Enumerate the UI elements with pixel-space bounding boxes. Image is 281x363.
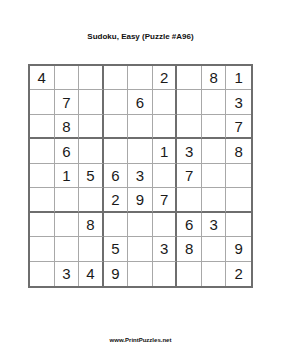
sudoku-cell-r4c2: 6	[55, 139, 80, 163]
sudoku-cell-r6c1	[30, 188, 55, 212]
sudoku-cell-r9c9: 2	[226, 262, 251, 286]
sudoku-cell-r3c8	[202, 115, 227, 139]
sudoku-cell-r3c5	[128, 115, 153, 139]
sudoku-cell-r2c6	[153, 90, 178, 114]
sudoku-cell-r6c6: 7	[153, 188, 178, 212]
sudoku-cell-r9c5	[128, 262, 153, 286]
sudoku-cell-r1c7	[177, 66, 202, 90]
sudoku-cell-r3c6	[153, 115, 178, 139]
sudoku-cell-r8c8	[202, 237, 227, 261]
sudoku-cell-r6c7	[177, 188, 202, 212]
sudoku-cell-r6c9	[226, 188, 251, 212]
sudoku-cell-r7c2	[55, 213, 80, 237]
sudoku-cell-r9c2: 3	[55, 262, 80, 286]
sudoku-cell-r2c5: 6	[128, 90, 153, 114]
sudoku-cell-r8c6: 3	[153, 237, 178, 261]
sudoku-cell-r1c1: 4	[30, 66, 55, 90]
sudoku-cell-r2c8	[202, 90, 227, 114]
sudoku-cell-r2c2: 7	[55, 90, 80, 114]
sudoku-cell-r7c1	[30, 213, 55, 237]
sudoku-cell-r7c5	[128, 213, 153, 237]
sudoku-cell-r1c3	[79, 66, 104, 90]
sudoku-page: Sudoku, Easy (Puzzle #A96) 4281763876138…	[0, 0, 281, 363]
sudoku-cell-r7c9	[226, 213, 251, 237]
sudoku-cell-r9c3: 4	[79, 262, 104, 286]
sudoku-cell-r1c5	[128, 66, 153, 90]
sudoku-cell-r8c1	[30, 237, 55, 261]
sudoku-cell-r1c8: 8	[202, 66, 227, 90]
sudoku-cell-r2c7	[177, 90, 202, 114]
sudoku-cell-r9c6	[153, 262, 178, 286]
sudoku-cell-r3c2: 8	[55, 115, 80, 139]
sudoku-cell-r9c7	[177, 262, 202, 286]
sudoku-cell-r6c2	[55, 188, 80, 212]
sudoku-cell-r6c8	[202, 188, 227, 212]
sudoku-cell-r5c2: 1	[55, 164, 80, 188]
page-title: Sudoku, Easy (Puzzle #A96)	[0, 32, 281, 41]
sudoku-cell-r4c9: 8	[226, 139, 251, 163]
sudoku-cell-r3c1	[30, 115, 55, 139]
sudoku-cell-r3c4	[104, 115, 129, 139]
sudoku-cell-r9c4: 9	[104, 262, 129, 286]
sudoku-cell-r8c4: 5	[104, 237, 129, 261]
sudoku-cell-r8c9: 9	[226, 237, 251, 261]
sudoku-cell-r4c1	[30, 139, 55, 163]
sudoku-cell-r3c3	[79, 115, 104, 139]
sudoku-cell-r1c4	[104, 66, 129, 90]
sudoku-cell-r4c7: 3	[177, 139, 202, 163]
sudoku-cell-r3c9: 7	[226, 115, 251, 139]
sudoku-cell-r1c6: 2	[153, 66, 178, 90]
sudoku-cell-r4c3	[79, 139, 104, 163]
sudoku-cell-r7c8: 3	[202, 213, 227, 237]
sudoku-cell-r7c7: 6	[177, 213, 202, 237]
sudoku-cell-r4c8	[202, 139, 227, 163]
sudoku-cell-r4c5	[128, 139, 153, 163]
sudoku-cell-r3c7	[177, 115, 202, 139]
sudoku-cell-r7c6	[153, 213, 178, 237]
sudoku-cell-r2c3	[79, 90, 104, 114]
sudoku-cell-r6c3	[79, 188, 104, 212]
sudoku-cell-r8c5	[128, 237, 153, 261]
sudoku-cell-r5c3: 5	[79, 164, 104, 188]
sudoku-cell-r8c7: 8	[177, 237, 202, 261]
sudoku-cell-r9c1	[30, 262, 55, 286]
sudoku-cell-r7c3: 8	[79, 213, 104, 237]
sudoku-cell-r6c5: 9	[128, 188, 153, 212]
sudoku-cell-r5c4: 6	[104, 164, 129, 188]
sudoku-cell-r5c8	[202, 164, 227, 188]
sudoku-cell-r9c8	[202, 262, 227, 286]
sudoku-cell-r1c2	[55, 66, 80, 90]
sudoku-cell-r7c4	[104, 213, 129, 237]
sudoku-cell-r4c6: 1	[153, 139, 178, 163]
sudoku-cell-r5c1	[30, 164, 55, 188]
sudoku-cell-r2c9: 3	[226, 90, 251, 114]
sudoku-board: 42817638761381563729786353893492	[28, 64, 253, 288]
sudoku-cell-r6c4: 2	[104, 188, 129, 212]
sudoku-cell-r2c1	[30, 90, 55, 114]
sudoku-cell-r2c4	[104, 90, 129, 114]
sudoku-cell-r8c2	[55, 237, 80, 261]
sudoku-cell-r5c9	[226, 164, 251, 188]
sudoku-cell-r8c3	[79, 237, 104, 261]
footer-url: www.PrintPuzzles.net	[0, 337, 281, 343]
sudoku-cell-r5c7: 7	[177, 164, 202, 188]
sudoku-cell-r5c5: 3	[128, 164, 153, 188]
sudoku-cell-r1c9: 1	[226, 66, 251, 90]
sudoku-cell-r5c6	[153, 164, 178, 188]
sudoku-cell-r4c4	[104, 139, 129, 163]
